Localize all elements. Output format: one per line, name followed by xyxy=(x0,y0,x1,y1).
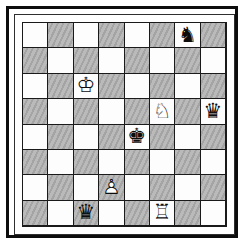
square-h3[interactable] xyxy=(201,150,226,175)
square-g2[interactable] xyxy=(175,175,200,200)
square-e5[interactable] xyxy=(125,99,150,124)
square-h4[interactable] xyxy=(201,125,226,150)
square-f7[interactable] xyxy=(150,48,175,73)
square-a1[interactable] xyxy=(23,201,48,226)
square-b5[interactable] xyxy=(48,99,73,124)
square-g7[interactable] xyxy=(175,48,200,73)
square-a7[interactable] xyxy=(23,48,48,73)
square-d5[interactable] xyxy=(99,99,124,124)
square-c2[interactable] xyxy=(74,175,99,200)
square-e7[interactable] xyxy=(125,48,150,73)
square-f6[interactable] xyxy=(150,74,175,99)
square-c6[interactable]: ♚♔ xyxy=(74,74,99,99)
square-a8[interactable] xyxy=(23,23,48,48)
square-b3[interactable] xyxy=(48,150,73,175)
square-c5[interactable] xyxy=(74,99,99,124)
white-rook[interactable]: ♜♖ xyxy=(153,202,172,223)
square-a6[interactable] xyxy=(23,74,48,99)
square-g4[interactable] xyxy=(175,125,200,150)
square-d2[interactable]: ♟♙ xyxy=(99,175,124,200)
square-g5[interactable] xyxy=(175,99,200,124)
square-e6[interactable] xyxy=(125,74,150,99)
square-b8[interactable] xyxy=(48,23,73,48)
square-h6[interactable] xyxy=(201,74,226,99)
white-king-glyph: ♔ xyxy=(77,73,96,97)
chess-board: ♞♚♔♞♘♛♚♟♙♛♜♖ xyxy=(22,22,227,227)
square-a3[interactable] xyxy=(23,150,48,175)
white-knight-glyph: ♘ xyxy=(153,99,172,123)
square-e3[interactable] xyxy=(125,150,150,175)
square-g6[interactable] xyxy=(175,74,200,99)
square-c1[interactable]: ♛ xyxy=(74,201,99,226)
black-knight[interactable]: ♞ xyxy=(178,25,197,46)
square-a2[interactable] xyxy=(23,175,48,200)
square-h1[interactable] xyxy=(201,201,226,226)
square-d3[interactable] xyxy=(99,150,124,175)
square-f2[interactable] xyxy=(150,175,175,200)
square-d7[interactable] xyxy=(99,48,124,73)
white-rook-glyph: ♖ xyxy=(153,200,172,224)
white-knight[interactable]: ♞♘ xyxy=(153,101,172,122)
square-d6[interactable] xyxy=(99,74,124,99)
square-a4[interactable] xyxy=(23,125,48,150)
square-h7[interactable] xyxy=(201,48,226,73)
square-b4[interactable] xyxy=(48,125,73,150)
chess-diagram: ♞♚♔♞♘♛♚♟♙♛♜♖ xyxy=(0,0,250,250)
square-b1[interactable] xyxy=(48,201,73,226)
white-pawn[interactable]: ♟♙ xyxy=(102,177,121,198)
square-e4[interactable]: ♚ xyxy=(125,125,150,150)
square-a5[interactable] xyxy=(23,99,48,124)
square-h2[interactable] xyxy=(201,175,226,200)
square-b7[interactable] xyxy=(48,48,73,73)
black-king[interactable]: ♚ xyxy=(127,126,146,147)
square-e1[interactable] xyxy=(125,201,150,226)
square-e8[interactable] xyxy=(125,23,150,48)
square-h8[interactable] xyxy=(201,23,226,48)
square-f3[interactable] xyxy=(150,150,175,175)
white-pawn-glyph: ♙ xyxy=(102,175,121,199)
square-f4[interactable] xyxy=(150,125,175,150)
square-c7[interactable] xyxy=(74,48,99,73)
square-c8[interactable] xyxy=(74,23,99,48)
square-c4[interactable] xyxy=(74,125,99,150)
square-e2[interactable] xyxy=(125,175,150,200)
square-b2[interactable] xyxy=(48,175,73,200)
square-g8[interactable]: ♞ xyxy=(175,23,200,48)
square-f5[interactable]: ♞♘ xyxy=(150,99,175,124)
square-g1[interactable] xyxy=(175,201,200,226)
square-d4[interactable] xyxy=(99,125,124,150)
square-b6[interactable] xyxy=(48,74,73,99)
square-f1[interactable]: ♜♖ xyxy=(150,201,175,226)
black-queen[interactable]: ♛ xyxy=(204,101,223,122)
square-d1[interactable] xyxy=(99,201,124,226)
square-h5[interactable]: ♛ xyxy=(201,99,226,124)
square-d8[interactable] xyxy=(99,23,124,48)
black-queen[interactable]: ♛ xyxy=(77,202,96,223)
square-c3[interactable] xyxy=(74,150,99,175)
square-f8[interactable] xyxy=(150,23,175,48)
square-g3[interactable] xyxy=(175,150,200,175)
white-king[interactable]: ♚♔ xyxy=(77,75,96,96)
